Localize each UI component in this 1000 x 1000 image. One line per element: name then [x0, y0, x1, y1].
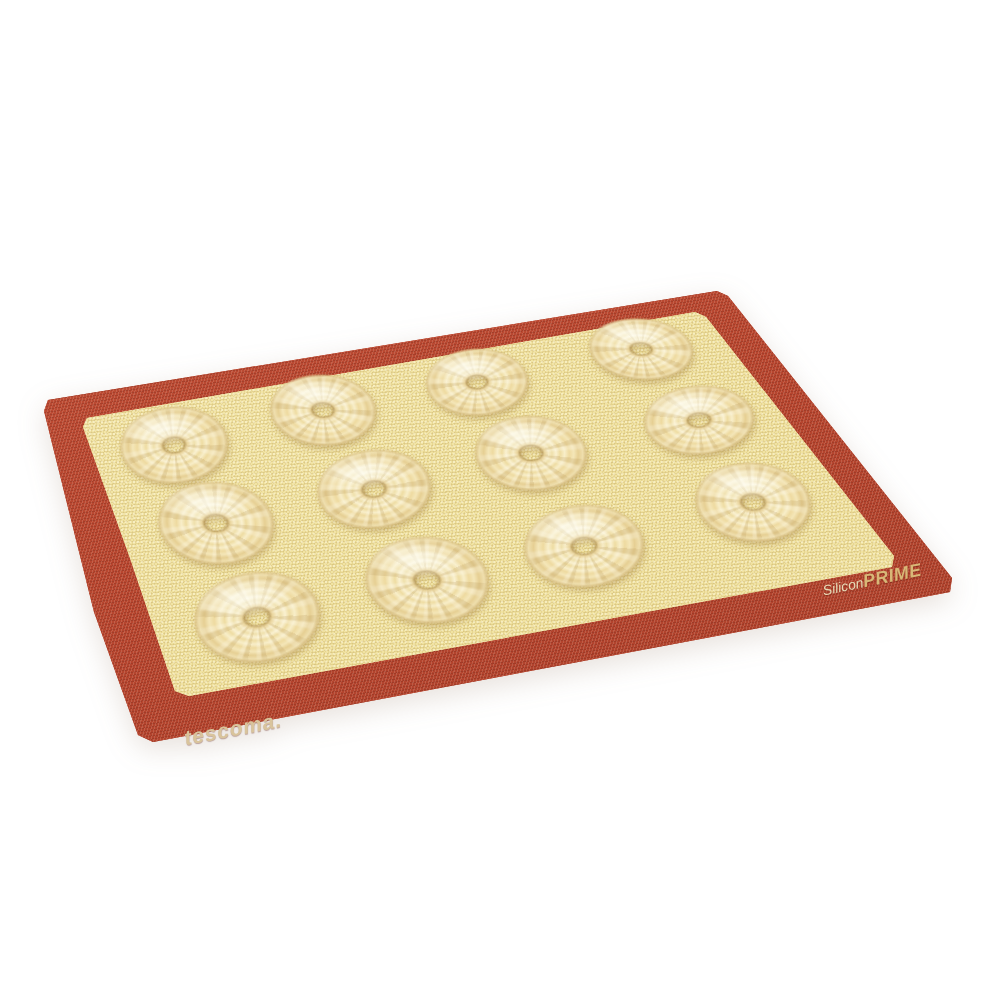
pastry-ring: [521, 501, 647, 591]
pastry-ring: [473, 413, 590, 493]
pastry-gloss-highlight: [154, 477, 278, 569]
pastry-ring: [267, 371, 379, 449]
pastry-gloss-highlight: [189, 565, 326, 670]
product-photo-stage: tescoma. SiliconPRIME: [0, 0, 1000, 1000]
pastry-ring: [154, 477, 278, 569]
pastry-gloss-highlight: [116, 402, 231, 487]
pastry-ring: [116, 402, 231, 487]
pastry-ring: [361, 532, 493, 629]
pastry-gloss-highlight: [691, 457, 816, 547]
pastry-gloss-highlight: [641, 382, 757, 458]
pastry-layer: [0, 0, 1000, 1000]
baking-mat: tescoma. SiliconPRIME: [0, 0, 1000, 1000]
pastry-ring: [641, 382, 757, 458]
pastry-ring: [585, 313, 696, 384]
pastry-ring: [313, 444, 436, 534]
pastry-gloss-highlight: [585, 313, 696, 384]
pastry-ring: [424, 346, 530, 418]
pastry-ring: [691, 457, 816, 547]
pastry-ring: [189, 565, 326, 670]
